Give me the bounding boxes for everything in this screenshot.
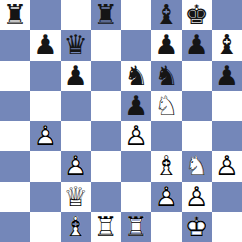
square-c2[interactable]: ♛♕: [61, 182, 91, 212]
square-b7[interactable]: ♟: [30, 30, 60, 60]
white-rook-icon: ♜: [121, 212, 151, 242]
piece-black-queen[interactable]: ♛: [61, 30, 91, 60]
piece-black-bishop[interactable]: ♝: [151, 0, 181, 30]
square-d5[interactable]: [91, 91, 121, 121]
white-pawn-outline-icon: ♙: [151, 182, 181, 212]
square-c7[interactable]: ♛: [61, 30, 91, 60]
piece-black-knight[interactable]: ♞: [121, 61, 151, 91]
piece-white-pawn[interactable]: ♟♙: [61, 151, 91, 181]
square-d2[interactable]: [91, 182, 121, 212]
square-e6[interactable]: ♞: [121, 61, 151, 91]
square-c5[interactable]: [61, 91, 91, 121]
square-h8[interactable]: [212, 0, 242, 30]
square-a2[interactable]: [0, 182, 30, 212]
square-f8[interactable]: ♝: [151, 0, 181, 30]
white-pawn-icon: ♟: [182, 182, 212, 212]
white-king-icon: ♚: [182, 212, 212, 242]
square-e4[interactable]: ♟♙: [121, 121, 151, 151]
piece-black-rook[interactable]: ♜: [91, 0, 121, 30]
piece-white-king[interactable]: ♚♔: [182, 212, 212, 242]
piece-white-bishop[interactable]: ♝♗: [151, 151, 181, 181]
square-h1[interactable]: [212, 212, 242, 242]
square-h3[interactable]: ♟♙: [212, 151, 242, 181]
piece-white-pawn[interactable]: ♟♙: [30, 121, 60, 151]
white-queen-outline-icon: ♕: [61, 182, 91, 212]
piece-black-pawn[interactable]: ♟: [121, 91, 151, 121]
white-pawn-icon: ♟: [30, 121, 60, 151]
piece-black-pawn[interactable]: ♟: [30, 30, 60, 60]
chess-app: ♜♜♝♚♟♛♟♟♝♟♞♞♟♟♞♘♟♙♟♙♟♙♝♗♞♘♟♙♛♕♟♙♟♙♝♗♜♖♜♖…: [0, 0, 242, 242]
square-b1[interactable]: [30, 212, 60, 242]
white-knight-icon: ♞: [151, 91, 181, 121]
white-king-outline-icon: ♔: [182, 212, 212, 242]
piece-white-pawn[interactable]: ♟♙: [121, 121, 151, 151]
piece-white-rook[interactable]: ♜♖: [91, 212, 121, 242]
piece-black-pawn[interactable]: ♟: [61, 61, 91, 91]
white-rook-outline-icon: ♖: [91, 212, 121, 242]
piece-white-pawn[interactable]: ♟♙: [182, 182, 212, 212]
black-pawn-icon: ♟: [212, 61, 242, 91]
white-pawn-icon: ♟: [121, 121, 151, 151]
square-g7[interactable]: ♟: [182, 30, 212, 60]
square-g1[interactable]: ♚♔: [182, 212, 212, 242]
square-f6[interactable]: ♞: [151, 61, 181, 91]
black-pawn-icon: ♟: [121, 91, 151, 121]
square-g3[interactable]: ♞♘: [182, 151, 212, 181]
piece-black-knight[interactable]: ♞: [151, 61, 181, 91]
white-bishop-icon: ♝: [151, 151, 181, 181]
black-pawn-icon: ♟: [182, 30, 212, 60]
square-g6[interactable]: [182, 61, 212, 91]
square-f4[interactable]: [151, 121, 181, 151]
chess-board: ♜♜♝♚♟♛♟♟♝♟♞♞♟♟♞♘♟♙♟♙♟♙♝♗♞♘♟♙♛♕♟♙♟♙♝♗♜♖♜♖…: [0, 0, 242, 242]
piece-white-pawn[interactable]: ♟♙: [151, 182, 181, 212]
square-f7[interactable]: ♟: [151, 30, 181, 60]
square-h2[interactable]: [212, 182, 242, 212]
square-f5[interactable]: ♞♘: [151, 91, 181, 121]
square-h7[interactable]: ♝: [212, 30, 242, 60]
white-bishop-outline-icon: ♗: [151, 151, 181, 181]
white-bishop-icon: ♝: [61, 212, 91, 242]
square-b8[interactable]: [30, 0, 60, 30]
square-g5[interactable]: [182, 91, 212, 121]
square-a8[interactable]: ♜: [0, 0, 30, 30]
square-e3[interactable]: [121, 151, 151, 181]
square-b6[interactable]: [30, 61, 60, 91]
square-a1[interactable]: [0, 212, 30, 242]
square-e8[interactable]: [121, 0, 151, 30]
piece-white-knight[interactable]: ♞♘: [151, 91, 181, 121]
square-b4[interactable]: ♟♙: [30, 121, 60, 151]
square-c1[interactable]: ♝♗: [61, 212, 91, 242]
square-c8[interactable]: [61, 0, 91, 30]
square-c4[interactable]: [61, 121, 91, 151]
square-c6[interactable]: ♟: [61, 61, 91, 91]
square-d8[interactable]: ♜: [91, 0, 121, 30]
square-e7[interactable]: [121, 30, 151, 60]
black-bishop-icon: ♝: [212, 30, 242, 60]
square-d7[interactable]: [91, 30, 121, 60]
piece-black-pawn[interactable]: ♟: [212, 61, 242, 91]
square-b2[interactable]: [30, 182, 60, 212]
square-e5[interactable]: ♟: [121, 91, 151, 121]
square-d6[interactable]: [91, 61, 121, 91]
white-pawn-icon: ♟: [151, 182, 181, 212]
square-a5[interactable]: [0, 91, 30, 121]
square-a4[interactable]: [0, 121, 30, 151]
white-pawn-outline-icon: ♙: [121, 121, 151, 151]
black-knight-icon: ♞: [121, 61, 151, 91]
white-pawn-outline-icon: ♙: [182, 182, 212, 212]
piece-white-queen[interactable]: ♛♕: [61, 182, 91, 212]
square-a7[interactable]: [0, 30, 30, 60]
square-d4[interactable]: [91, 121, 121, 151]
white-pawn-icon: ♟: [61, 151, 91, 181]
black-pawn-icon: ♟: [61, 61, 91, 91]
piece-black-rook[interactable]: ♜: [0, 0, 30, 30]
square-e2[interactable]: [121, 182, 151, 212]
white-queen-icon: ♛: [61, 182, 91, 212]
piece-white-pawn[interactable]: ♟♙: [212, 151, 242, 181]
square-f2[interactable]: ♟♙: [151, 182, 181, 212]
black-pawn-icon: ♟: [30, 30, 60, 60]
square-h4[interactable]: [212, 121, 242, 151]
square-g4[interactable]: [182, 121, 212, 151]
square-f1[interactable]: [151, 212, 181, 242]
square-a3[interactable]: [0, 151, 30, 181]
square-a6[interactable]: [0, 61, 30, 91]
square-c3[interactable]: ♟♙: [61, 151, 91, 181]
square-d1[interactable]: ♜♖: [91, 212, 121, 242]
black-rook-icon: ♜: [0, 0, 30, 30]
white-pawn-icon: ♟: [212, 151, 242, 181]
piece-black-pawn[interactable]: ♟: [151, 30, 181, 60]
square-e1[interactable]: ♜♖: [121, 212, 151, 242]
square-g8[interactable]: ♚: [182, 0, 212, 30]
square-b3[interactable]: [30, 151, 60, 181]
black-bishop-icon: ♝: [151, 0, 181, 30]
black-knight-icon: ♞: [151, 61, 181, 91]
white-knight-outline-icon: ♘: [151, 91, 181, 121]
piece-black-king[interactable]: ♚: [182, 0, 212, 30]
white-knight-icon: ♞: [182, 151, 212, 181]
black-pawn-icon: ♟: [151, 30, 181, 60]
white-pawn-outline-icon: ♙: [61, 151, 91, 181]
piece-black-bishop[interactable]: ♝: [212, 30, 242, 60]
white-bishop-outline-icon: ♗: [61, 212, 91, 242]
piece-black-pawn[interactable]: ♟: [182, 30, 212, 60]
black-rook-icon: ♜: [91, 0, 121, 30]
piece-white-bishop[interactable]: ♝♗: [61, 212, 91, 242]
white-knight-outline-icon: ♘: [182, 151, 212, 181]
white-pawn-outline-icon: ♙: [30, 121, 60, 151]
black-queen-icon: ♛: [61, 30, 91, 60]
square-h5[interactable]: [212, 91, 242, 121]
black-king-icon: ♚: [182, 0, 212, 30]
square-f3[interactable]: ♝♗: [151, 151, 181, 181]
square-h6[interactable]: ♟: [212, 61, 242, 91]
white-rook-icon: ♜: [91, 212, 121, 242]
square-d3[interactable]: [91, 151, 121, 181]
white-rook-outline-icon: ♖: [121, 212, 151, 242]
piece-white-rook[interactable]: ♜♖: [121, 212, 151, 242]
square-b5[interactable]: [30, 91, 60, 121]
square-g2[interactable]: ♟♙: [182, 182, 212, 212]
piece-white-knight[interactable]: ♞♘: [182, 151, 212, 181]
white-pawn-outline-icon: ♙: [212, 151, 242, 181]
